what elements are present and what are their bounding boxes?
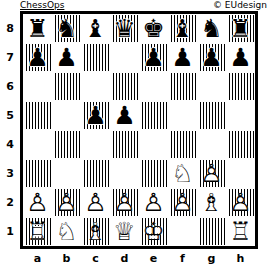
rank-label-6: 6 bbox=[2, 72, 18, 101]
white-king-icon: ♚♔ bbox=[139, 217, 168, 246]
piece-outline: ♙ bbox=[139, 188, 168, 217]
piece-outline: ♔ bbox=[139, 217, 168, 246]
square-f8[interactable]: ♝ bbox=[168, 14, 197, 43]
white-knight-icon: ♞♘ bbox=[168, 159, 197, 188]
black-pawn-icon: ♟ bbox=[197, 43, 226, 72]
black-pawn-icon: ♟ bbox=[110, 101, 139, 130]
square-a3[interactable] bbox=[23, 159, 52, 188]
square-e2[interactable]: ♟♙ bbox=[139, 188, 168, 217]
black-knight-icon: ♞ bbox=[197, 14, 226, 43]
white-pawn-icon: ♟♙ bbox=[110, 188, 139, 217]
square-d5[interactable]: ♟ bbox=[110, 101, 139, 130]
square-b7[interactable]: ♟ bbox=[52, 43, 81, 72]
square-f4[interactable] bbox=[168, 130, 197, 159]
square-g2[interactable]: ♝♗ bbox=[197, 188, 226, 217]
black-king-icon: ♚ bbox=[139, 14, 168, 43]
header: ChessOps © EUdesign bbox=[0, 0, 270, 11]
rank-label-7: 7 bbox=[2, 43, 18, 72]
piece-outline: ♙ bbox=[110, 188, 139, 217]
square-a4[interactable] bbox=[23, 130, 52, 159]
piece-outline: ♙ bbox=[197, 159, 226, 188]
square-b4[interactable] bbox=[52, 130, 81, 159]
rank-label-4: 4 bbox=[2, 130, 18, 159]
square-f1[interactable] bbox=[168, 217, 197, 246]
white-pawn-icon: ♟♙ bbox=[23, 188, 52, 217]
square-d7[interactable] bbox=[110, 43, 139, 72]
black-pawn-icon: ♟ bbox=[81, 101, 110, 130]
file-labels: abcdefgh bbox=[23, 251, 255, 267]
square-b5[interactable] bbox=[52, 101, 81, 130]
square-g6[interactable] bbox=[197, 72, 226, 101]
square-b1[interactable]: ♞♘ bbox=[52, 217, 81, 246]
square-e4[interactable] bbox=[139, 130, 168, 159]
piece-outline: ♘ bbox=[168, 159, 197, 188]
white-rook-icon: ♜♖ bbox=[226, 217, 255, 246]
rank-label-8: 8 bbox=[2, 14, 18, 43]
rank-label-1: 1 bbox=[2, 217, 18, 246]
square-h2[interactable]: ♟♙ bbox=[226, 188, 255, 217]
piece-outline: ♘ bbox=[52, 217, 81, 246]
piece-outline: ♙ bbox=[81, 188, 110, 217]
file-label-e: e bbox=[139, 251, 168, 267]
square-g1[interactable] bbox=[197, 217, 226, 246]
square-a2[interactable]: ♟♙ bbox=[23, 188, 52, 217]
square-g8[interactable]: ♞ bbox=[197, 14, 226, 43]
square-e6[interactable] bbox=[139, 72, 168, 101]
black-pawn-icon: ♟ bbox=[139, 43, 168, 72]
rank-label-3: 3 bbox=[2, 159, 18, 188]
square-c2[interactable]: ♟♙ bbox=[81, 188, 110, 217]
black-pawn-icon: ♟ bbox=[52, 43, 81, 72]
square-a6[interactable] bbox=[23, 72, 52, 101]
white-knight-icon: ♞♘ bbox=[52, 217, 81, 246]
square-g3[interactable]: ♟♙ bbox=[197, 159, 226, 188]
white-rook-icon: ♜♖ bbox=[23, 217, 52, 246]
piece-outline: ♙ bbox=[168, 188, 197, 217]
square-f6[interactable] bbox=[168, 72, 197, 101]
square-e8[interactable]: ♚ bbox=[139, 14, 168, 43]
copyright-text: © EUdesign bbox=[213, 0, 267, 10]
file-label-h: h bbox=[226, 251, 255, 267]
black-bishop-icon: ♝ bbox=[81, 14, 110, 43]
square-f5[interactable] bbox=[168, 101, 197, 130]
white-pawn-icon: ♟♙ bbox=[226, 188, 255, 217]
square-h3[interactable] bbox=[226, 159, 255, 188]
square-c6[interactable] bbox=[81, 72, 110, 101]
square-e3[interactable] bbox=[139, 159, 168, 188]
black-pawn-icon: ♟ bbox=[23, 43, 52, 72]
piece-outline: ♙ bbox=[52, 188, 81, 217]
square-g4[interactable] bbox=[197, 130, 226, 159]
white-bishop-icon: ♝♗ bbox=[81, 217, 110, 246]
square-g7[interactable]: ♟ bbox=[197, 43, 226, 72]
square-h7[interactable]: ♟ bbox=[226, 43, 255, 72]
black-pawn-icon: ♟ bbox=[226, 43, 255, 72]
white-queen-icon: ♛♕ bbox=[110, 217, 139, 246]
square-e5[interactable] bbox=[139, 101, 168, 130]
piece-outline: ♙ bbox=[226, 188, 255, 217]
chess-board: ♜♞♝♛♚♝♞♜♟♟♟♟♟♟♟♟♞♘♟♙♟♙♟♙♟♙♟♙♟♙♟♙♝♗♟♙♜♖♞♘… bbox=[20, 11, 258, 249]
square-b2[interactable]: ♟♙ bbox=[52, 188, 81, 217]
square-e7[interactable]: ♟ bbox=[139, 43, 168, 72]
white-pawn-icon: ♟♙ bbox=[168, 188, 197, 217]
piece-outline: ♗ bbox=[197, 188, 226, 217]
square-d8[interactable]: ♛ bbox=[110, 14, 139, 43]
square-b8[interactable]: ♞ bbox=[52, 14, 81, 43]
square-g5[interactable] bbox=[197, 101, 226, 130]
square-h6[interactable] bbox=[226, 72, 255, 101]
square-c5[interactable]: ♟ bbox=[81, 101, 110, 130]
square-h1[interactable]: ♜♖ bbox=[226, 217, 255, 246]
square-f2[interactable]: ♟♙ bbox=[168, 188, 197, 217]
file-label-g: g bbox=[197, 251, 226, 267]
square-c8[interactable]: ♝ bbox=[81, 14, 110, 43]
white-bishop-icon: ♝♗ bbox=[197, 188, 226, 217]
black-rook-icon: ♜ bbox=[226, 14, 255, 43]
piece-outline: ♖ bbox=[23, 217, 52, 246]
square-a5[interactable] bbox=[23, 101, 52, 130]
rank-label-5: 5 bbox=[2, 101, 18, 130]
file-label-b: b bbox=[52, 251, 81, 267]
square-h8[interactable]: ♜ bbox=[226, 14, 255, 43]
rank-label-2: 2 bbox=[2, 188, 18, 217]
square-c4[interactable] bbox=[81, 130, 110, 159]
square-d1[interactable]: ♛♕ bbox=[110, 217, 139, 246]
square-f7[interactable]: ♟ bbox=[168, 43, 197, 72]
white-pawn-icon: ♟♙ bbox=[52, 188, 81, 217]
square-c1[interactable]: ♝♗ bbox=[81, 217, 110, 246]
square-b3[interactable] bbox=[52, 159, 81, 188]
square-d3[interactable] bbox=[110, 159, 139, 188]
square-d2[interactable]: ♟♙ bbox=[110, 188, 139, 217]
black-pawn-icon: ♟ bbox=[168, 43, 197, 72]
square-f3[interactable]: ♞♘ bbox=[168, 159, 197, 188]
square-a7[interactable]: ♟ bbox=[23, 43, 52, 72]
square-d4[interactable] bbox=[110, 130, 139, 159]
black-rook-icon: ♜ bbox=[23, 14, 52, 43]
square-a8[interactable]: ♜ bbox=[23, 14, 52, 43]
rank-labels: 87654321 bbox=[2, 14, 18, 246]
chessops-diagram: ChessOps © EUdesign 87654321 ♜♞♝♛♚♝♞♜♟♟♟… bbox=[0, 0, 270, 270]
piece-outline: ♙ bbox=[23, 188, 52, 217]
file-label-a: a bbox=[23, 251, 52, 267]
piece-outline: ♕ bbox=[110, 217, 139, 246]
white-pawn-icon: ♟♙ bbox=[139, 188, 168, 217]
black-bishop-icon: ♝ bbox=[168, 14, 197, 43]
square-d6[interactable] bbox=[110, 72, 139, 101]
piece-outline: ♖ bbox=[226, 217, 255, 246]
app-title: ChessOps bbox=[20, 0, 64, 10]
square-h4[interactable] bbox=[226, 130, 255, 159]
square-b6[interactable] bbox=[52, 72, 81, 101]
file-label-c: c bbox=[81, 251, 110, 267]
white-pawn-icon: ♟♙ bbox=[197, 159, 226, 188]
file-label-d: d bbox=[110, 251, 139, 267]
white-pawn-icon: ♟♙ bbox=[81, 188, 110, 217]
black-knight-icon: ♞ bbox=[52, 14, 81, 43]
piece-outline: ♗ bbox=[81, 217, 110, 246]
file-label-f: f bbox=[168, 251, 197, 267]
square-h5[interactable] bbox=[226, 101, 255, 130]
square-e1[interactable]: ♚♔ bbox=[139, 217, 168, 246]
black-queen-icon: ♛ bbox=[110, 14, 139, 43]
square-c7[interactable] bbox=[81, 43, 110, 72]
square-c3[interactable] bbox=[81, 159, 110, 188]
square-a1[interactable]: ♜♖ bbox=[23, 217, 52, 246]
